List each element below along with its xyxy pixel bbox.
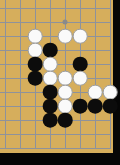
white-stone <box>73 71 88 86</box>
board-cell[interactable] <box>73 15 88 29</box>
white-stone <box>88 85 103 100</box>
board-cell[interactable] <box>103 29 118 43</box>
board-cell[interactable] <box>13 71 28 85</box>
black-stone <box>43 99 58 114</box>
board-cell[interactable] <box>0 71 13 85</box>
white-stone <box>28 29 43 44</box>
board-cell[interactable] <box>88 99 103 113</box>
board-cell[interactable] <box>43 43 58 57</box>
white-stone <box>58 99 73 114</box>
board-cell[interactable] <box>13 57 28 71</box>
board-cell[interactable] <box>0 141 13 155</box>
board-cell[interactable] <box>0 99 13 113</box>
board-cell[interactable] <box>0 43 13 57</box>
board-cell[interactable] <box>28 113 43 127</box>
board-cell[interactable] <box>58 57 73 71</box>
board-cell[interactable] <box>28 1 43 15</box>
board-cell[interactable] <box>43 127 58 141</box>
board-cell[interactable] <box>58 113 73 127</box>
board-cell[interactable] <box>13 141 28 155</box>
board-cell[interactable] <box>28 141 43 155</box>
board-cell[interactable] <box>73 113 88 127</box>
board-cell[interactable] <box>103 113 118 127</box>
white-stone <box>58 29 73 44</box>
board-cell[interactable] <box>13 43 28 57</box>
board-cell[interactable] <box>88 57 103 71</box>
board-cell[interactable] <box>58 1 73 15</box>
board-cell[interactable] <box>28 71 43 85</box>
board-cell[interactable] <box>13 1 28 15</box>
white-stone <box>43 57 58 72</box>
board-cell[interactable] <box>88 127 103 141</box>
board-cell[interactable] <box>0 15 13 29</box>
board-cell[interactable] <box>73 71 88 85</box>
board-cell[interactable] <box>103 99 118 113</box>
black-stone <box>73 99 88 114</box>
board-cell[interactable] <box>73 127 88 141</box>
go-board <box>0 1 118 155</box>
board-cell[interactable] <box>88 141 103 155</box>
board-cell[interactable] <box>103 57 118 71</box>
board-cell[interactable] <box>28 15 43 29</box>
board-cell[interactable] <box>0 29 13 43</box>
white-stone <box>43 71 58 86</box>
board-cell[interactable] <box>103 15 118 29</box>
board-cell[interactable] <box>58 85 73 99</box>
board-cell[interactable] <box>43 57 58 71</box>
board-cell[interactable] <box>88 1 103 15</box>
white-stone <box>28 43 43 58</box>
board-cell[interactable] <box>13 15 28 29</box>
board-cell[interactable] <box>73 1 88 15</box>
board-cell[interactable] <box>103 1 118 15</box>
board-cell[interactable] <box>43 141 58 155</box>
black-stone <box>43 43 58 58</box>
board-cell[interactable] <box>13 113 28 127</box>
black-stone <box>73 57 88 72</box>
board-cell[interactable] <box>58 15 73 29</box>
board-cell[interactable] <box>43 113 58 127</box>
board-cell[interactable] <box>73 85 88 99</box>
board-cell[interactable] <box>28 85 43 99</box>
board-cell[interactable] <box>73 99 88 113</box>
board-cell[interactable] <box>103 71 118 85</box>
black-stone <box>43 85 58 100</box>
board-cell[interactable] <box>28 99 43 113</box>
board-cell[interactable] <box>73 57 88 71</box>
board-cell[interactable] <box>103 127 118 141</box>
board-cell[interactable] <box>0 1 13 15</box>
board-cell[interactable] <box>73 29 88 43</box>
board-cell[interactable] <box>73 43 88 57</box>
board-cell[interactable] <box>43 15 58 29</box>
board-cell[interactable] <box>28 43 43 57</box>
board-cell[interactable] <box>58 43 73 57</box>
board-cell[interactable] <box>88 85 103 99</box>
star-point <box>63 20 68 25</box>
board-cell[interactable] <box>88 71 103 85</box>
board-cell[interactable] <box>13 29 28 43</box>
board-cell[interactable] <box>88 113 103 127</box>
board-cell[interactable] <box>43 85 58 99</box>
board-cell[interactable] <box>13 127 28 141</box>
board-cell[interactable] <box>0 127 13 141</box>
board-cell[interactable] <box>13 85 28 99</box>
board-cell[interactable] <box>88 15 103 29</box>
board-cell[interactable] <box>58 71 73 85</box>
black-stone <box>103 99 118 114</box>
white-stone <box>103 85 118 100</box>
board-cell[interactable] <box>0 113 13 127</box>
board-cell[interactable] <box>88 29 103 43</box>
black-stone <box>28 71 43 86</box>
board-cell[interactable] <box>0 85 13 99</box>
black-stone <box>88 99 103 114</box>
board-cell[interactable] <box>43 29 58 43</box>
black-stone <box>28 57 43 72</box>
board-cell[interactable] <box>58 141 73 155</box>
board-cell[interactable] <box>0 57 13 71</box>
board-cell[interactable] <box>13 99 28 113</box>
board-cell[interactable] <box>28 29 43 43</box>
board-cell[interactable] <box>58 99 73 113</box>
board-cell[interactable] <box>103 85 118 99</box>
board-cell[interactable] <box>73 141 88 155</box>
board-cell[interactable] <box>43 71 58 85</box>
board-cell[interactable] <box>28 57 43 71</box>
board-cell[interactable] <box>88 43 103 57</box>
white-stone <box>58 71 73 86</box>
board-cell[interactable] <box>43 1 58 15</box>
board-cell[interactable] <box>103 141 118 155</box>
board-cell[interactable] <box>58 29 73 43</box>
white-stone <box>58 85 73 100</box>
board-cell[interactable] <box>58 127 73 141</box>
board-cell[interactable] <box>28 127 43 141</box>
black-stone <box>58 113 73 128</box>
black-stone <box>43 113 58 128</box>
go-board-screenshot <box>0 0 120 165</box>
board-cell[interactable] <box>103 43 118 57</box>
white-stone <box>73 29 88 44</box>
board-cell[interactable] <box>43 99 58 113</box>
